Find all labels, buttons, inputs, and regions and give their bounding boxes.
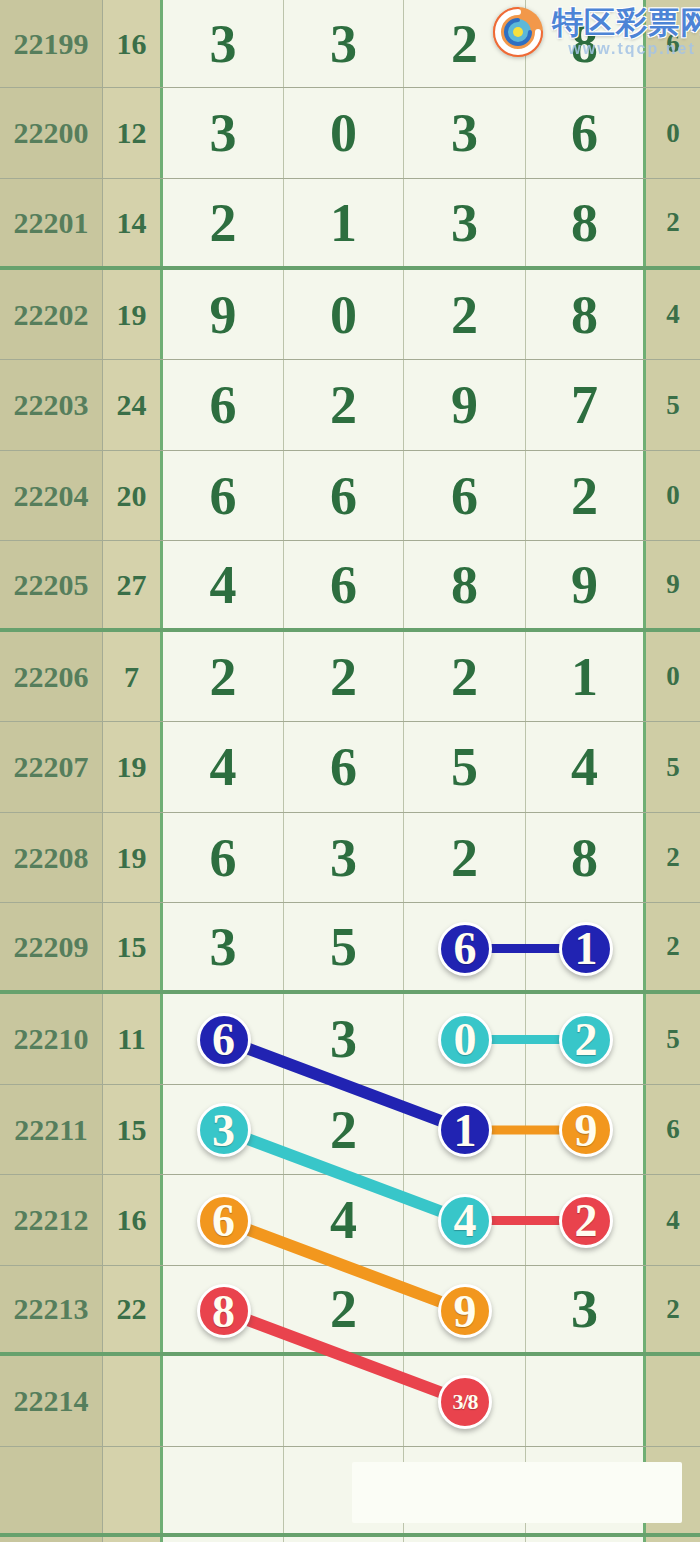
circled-digit-cyan: 4 <box>438 1194 492 1248</box>
circled-digit-blue: 1 <box>559 922 613 976</box>
circled-digit-cyan: 0 <box>438 1013 492 1067</box>
circled-digit-blue: 1 <box>438 1103 492 1157</box>
lottery-trend-chart: 2219916332862220012303602220114213822220… <box>0 0 700 1542</box>
connector-line-blue <box>224 1040 466 1131</box>
connector-lines-layer <box>0 0 700 1542</box>
circled-digit-orange: 9 <box>438 1284 492 1338</box>
circled-digit-blue: 6 <box>438 922 492 976</box>
logo-text: 特区彩票网 www.tqcp.net <box>552 6 700 58</box>
connector-line-orange <box>224 1221 466 1312</box>
circled-digit-orange: 9 <box>559 1103 613 1157</box>
site-url: www.tqcp.net <box>568 40 695 58</box>
circled-digit-cyan: 3 <box>197 1103 251 1157</box>
site-name: 特区彩票网 <box>552 6 700 40</box>
circled-digit-orange: 6 <box>197 1194 251 1248</box>
circled-digit-cyan: 2 <box>559 1013 613 1067</box>
site-logo: 特区彩票网 www.tqcp.net <box>492 6 700 58</box>
circled-digit-red: 3/8 <box>438 1375 492 1429</box>
logo-swirl-icon <box>492 6 544 58</box>
circled-digit-red: 8 <box>197 1284 251 1338</box>
circled-digit-blue: 6 <box>197 1013 251 1067</box>
connector-line-cyan <box>224 1130 466 1221</box>
circled-digit-red: 2 <box>559 1194 613 1248</box>
connector-line-red <box>224 1311 466 1402</box>
